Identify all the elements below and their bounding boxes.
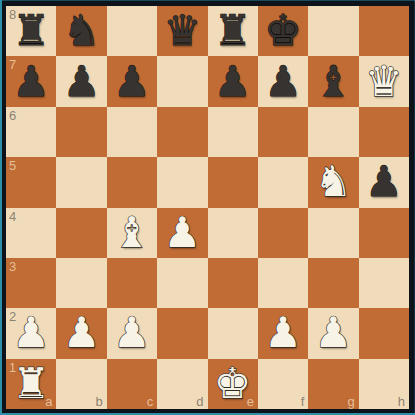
square-d8[interactable]: ♛ [157,6,207,56]
square-d7[interactable] [157,56,207,106]
piece-white-pawn[interactable]: ♟ [264,312,302,354]
square-c5[interactable] [107,157,157,207]
square-f2[interactable]: ♟ [258,308,308,358]
square-g7[interactable]: ♝ [308,56,358,106]
square-a5[interactable]: 5 [6,157,56,207]
square-h1[interactable]: h [359,359,409,409]
piece-black-knight[interactable]: ♞ [63,10,101,52]
square-b2[interactable]: ♟ [56,308,106,358]
square-b1[interactable]: b [56,359,106,409]
frame-accent-left [0,0,2,415]
square-d3[interactable] [157,258,207,308]
square-b7[interactable]: ♟ [56,56,106,106]
piece-black-pawn[interactable]: ♟ [365,161,403,203]
square-e4[interactable] [208,208,258,258]
frame-accent-top [0,0,415,1]
file-label-g: g [347,395,354,408]
piece-white-pawn[interactable]: ♟ [12,312,50,354]
piece-black-queen[interactable]: ♛ [163,10,201,52]
square-f5[interactable] [258,157,308,207]
square-a7[interactable]: 7♟ [6,56,56,106]
square-f3[interactable] [258,258,308,308]
square-c8[interactable] [107,6,157,56]
square-c6[interactable] [107,107,157,157]
square-d6[interactable] [157,107,207,157]
square-a4[interactable]: 4 [6,208,56,258]
square-f4[interactable] [258,208,308,258]
square-a3[interactable]: 3 [6,258,56,308]
square-g6[interactable] [308,107,358,157]
square-g5[interactable]: ♞ [308,157,358,207]
square-h6[interactable] [359,107,409,157]
square-c1[interactable]: c [107,359,157,409]
chess-board: 8♜♞♛♜♚7♟♟♟♟♟♝♛65♞♟4♝♟32♟♟♟♟♟1a♜bcde♚fgh [6,6,409,409]
file-label-b: b [96,395,103,408]
square-a1[interactable]: 1a♜ [6,359,56,409]
square-h4[interactable] [359,208,409,258]
square-h5[interactable]: ♟ [359,157,409,207]
square-b3[interactable] [56,258,106,308]
piece-black-king[interactable]: ♚ [264,10,302,52]
piece-black-pawn[interactable]: ♟ [264,61,302,103]
square-g2[interactable]: ♟ [308,308,358,358]
piece-black-pawn[interactable]: ♟ [12,61,50,103]
square-e5[interactable] [208,157,258,207]
square-b4[interactable] [56,208,106,258]
square-e7[interactable]: ♟ [208,56,258,106]
piece-black-pawn[interactable]: ♟ [63,61,101,103]
square-e3[interactable] [208,258,258,308]
piece-white-knight[interactable]: ♞ [315,161,353,203]
square-e8[interactable]: ♜ [208,6,258,56]
square-h8[interactable] [359,6,409,56]
piece-white-pawn[interactable]: ♟ [315,312,353,354]
square-b5[interactable] [56,157,106,207]
piece-white-king[interactable]: ♚ [214,363,252,405]
square-a2[interactable]: 2♟ [6,308,56,358]
square-c4[interactable]: ♝ [107,208,157,258]
square-g4[interactable] [308,208,358,258]
square-g8[interactable] [308,6,358,56]
square-f7[interactable]: ♟ [258,56,308,106]
piece-black-bishop[interactable]: ♝ [315,61,353,103]
square-h7[interactable]: ♛ [359,56,409,106]
square-b8[interactable]: ♞ [56,6,106,56]
piece-white-bishop[interactable]: ♝ [113,212,151,254]
square-d1[interactable]: d [157,359,207,409]
file-label-c: c [147,395,154,408]
piece-black-rook[interactable]: ♜ [214,10,252,52]
rank-label-4: 4 [9,210,16,223]
square-d5[interactable] [157,157,207,207]
board-frame: 8♜♞♛♜♚7♟♟♟♟♟♝♛65♞♟4♝♟32♟♟♟♟♟1a♜bcde♚fgh [0,0,415,415]
piece-white-pawn[interactable]: ♟ [63,312,101,354]
piece-black-pawn[interactable]: ♟ [214,61,252,103]
piece-black-rook[interactable]: ♜ [12,10,50,52]
square-c7[interactable]: ♟ [107,56,157,106]
square-e1[interactable]: e♚ [208,359,258,409]
square-f8[interactable]: ♚ [258,6,308,56]
square-d2[interactable] [157,308,207,358]
square-c2[interactable]: ♟ [107,308,157,358]
file-label-h: h [398,395,405,408]
square-a8[interactable]: 8♜ [6,6,56,56]
piece-white-pawn[interactable]: ♟ [113,312,151,354]
square-g1[interactable]: g [308,359,358,409]
piece-black-pawn[interactable]: ♟ [113,61,151,103]
square-h2[interactable] [359,308,409,358]
square-c3[interactable] [107,258,157,308]
square-b6[interactable] [56,107,106,157]
square-f1[interactable]: f [258,359,308,409]
square-h3[interactable] [359,258,409,308]
square-d4[interactable]: ♟ [157,208,207,258]
square-f6[interactable] [258,107,308,157]
rank-label-3: 3 [9,260,16,273]
file-label-f: f [301,395,305,408]
square-g3[interactable] [308,258,358,308]
square-e6[interactable] [208,107,258,157]
piece-white-rook[interactable]: ♜ [12,363,50,405]
file-label-d: d [196,395,203,408]
square-e2[interactable] [208,308,258,358]
piece-white-queen[interactable]: ♛ [365,61,403,103]
rank-label-6: 6 [9,109,16,122]
square-a6[interactable]: 6 [6,107,56,157]
rank-label-5: 5 [9,159,16,172]
piece-white-pawn[interactable]: ♟ [163,212,201,254]
